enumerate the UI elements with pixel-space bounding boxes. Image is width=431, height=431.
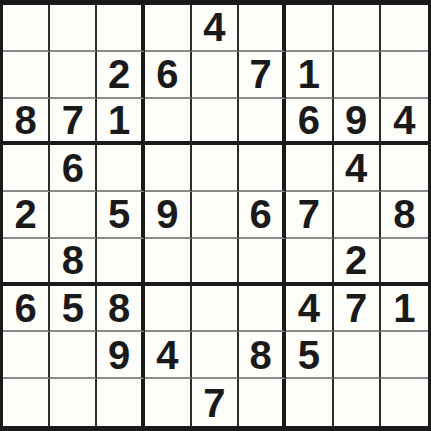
cell-r3c6 [239,99,286,146]
cell-r2c4: 6 [145,52,192,99]
cell-r9c7 [286,379,333,426]
cell-r1c4 [145,5,192,52]
cell-r3c5 [192,99,239,146]
cell-r9c1 [3,379,50,426]
cell-r7c3: 8 [97,286,144,333]
cell-r2c8 [334,52,381,99]
cell-r8c5 [192,332,239,379]
cell-r5c5 [192,192,239,239]
cell-r8c2 [50,332,97,379]
cell-r7c9: 1 [381,286,428,333]
cell-r5c7: 7 [286,192,333,239]
cell-r9c6 [239,379,286,426]
cell-r9c9 [381,379,428,426]
cell-r7c1: 6 [3,286,50,333]
cell-r2c2 [50,52,97,99]
cell-r9c5: 7 [192,379,239,426]
cell-r6c2: 8 [50,239,97,286]
cell-r3c4 [145,99,192,146]
cell-r7c2: 5 [50,286,97,333]
cell-r1c5: 4 [192,5,239,52]
cell-r8c1 [3,332,50,379]
cell-r1c9 [381,5,428,52]
cell-r1c8 [334,5,381,52]
cell-r4c7 [286,145,333,192]
cell-r7c4 [145,286,192,333]
cell-r6c8: 2 [334,239,381,286]
cell-r9c3 [97,379,144,426]
cell-r5c8 [334,192,381,239]
cell-r3c3: 1 [97,99,144,146]
cell-r1c6 [239,5,286,52]
cell-r2c5 [192,52,239,99]
cell-r1c1 [3,5,50,52]
cell-r6c5 [192,239,239,286]
cell-r5c1: 2 [3,192,50,239]
sudoku-board: 4 2 6 7 1 8 7 1 6 9 4 6 4 2 5 9 6 7 8 8 … [0,0,431,431]
cell-r1c2 [50,5,97,52]
cell-r4c8: 4 [334,145,381,192]
cell-r5c3: 5 [97,192,144,239]
cell-r4c2: 6 [50,145,97,192]
cell-r1c7 [286,5,333,52]
cell-r4c4 [145,145,192,192]
cell-r2c6: 7 [239,52,286,99]
cell-r3c2: 7 [50,99,97,146]
cell-r8c3: 9 [97,332,144,379]
cell-r8c9 [381,332,428,379]
cell-r6c9 [381,239,428,286]
cell-r7c7: 4 [286,286,333,333]
cell-r7c5 [192,286,239,333]
cell-r8c8 [334,332,381,379]
cell-r4c3 [97,145,144,192]
cell-r9c4 [145,379,192,426]
cell-r3c8: 9 [334,99,381,146]
cell-r2c3: 2 [97,52,144,99]
cell-r8c7: 5 [286,332,333,379]
cell-r9c8 [334,379,381,426]
cell-r3c1: 8 [3,99,50,146]
cell-r4c5 [192,145,239,192]
cell-r2c9 [381,52,428,99]
cell-r5c6: 6 [239,192,286,239]
cell-r6c1 [3,239,50,286]
cell-r6c4 [145,239,192,286]
cell-r6c6 [239,239,286,286]
cell-r3c9: 4 [381,99,428,146]
cell-r7c8: 7 [334,286,381,333]
cell-r6c3 [97,239,144,286]
cell-r6c7 [286,239,333,286]
cell-r5c2 [50,192,97,239]
cell-r2c7: 1 [286,52,333,99]
cell-r5c9: 8 [381,192,428,239]
cell-r2c1 [3,52,50,99]
cell-r4c6 [239,145,286,192]
cell-r8c6: 8 [239,332,286,379]
cell-r3c7: 6 [286,99,333,146]
cell-r7c6 [239,286,286,333]
cell-r8c4: 4 [145,332,192,379]
cell-r5c4: 9 [145,192,192,239]
cell-r1c3 [97,5,144,52]
cell-r4c9 [381,145,428,192]
cell-r4c1 [3,145,50,192]
cell-r9c2 [50,379,97,426]
